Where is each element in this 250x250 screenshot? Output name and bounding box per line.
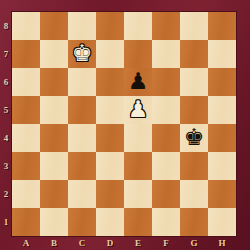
square-e2[interactable] bbox=[124, 180, 152, 208]
square-a3[interactable] bbox=[12, 152, 40, 180]
square-a1[interactable] bbox=[12, 208, 40, 236]
square-b2[interactable] bbox=[40, 180, 68, 208]
rank-label-6: 6 bbox=[0, 68, 12, 96]
rank-label-5: 5 bbox=[0, 96, 12, 124]
square-c6[interactable] bbox=[68, 68, 96, 96]
square-d4[interactable] bbox=[96, 124, 124, 152]
file-label-h: H bbox=[208, 236, 236, 250]
square-c3[interactable] bbox=[68, 152, 96, 180]
square-e5[interactable]: ♟ bbox=[124, 96, 152, 124]
black-king: ♚ bbox=[184, 126, 205, 149]
square-d5[interactable] bbox=[96, 96, 124, 124]
square-h4[interactable] bbox=[208, 124, 236, 152]
square-e1[interactable] bbox=[124, 208, 152, 236]
square-e3[interactable] bbox=[124, 152, 152, 180]
square-a2[interactable] bbox=[12, 180, 40, 208]
square-c2[interactable] bbox=[68, 180, 96, 208]
file-label-a: A bbox=[12, 236, 40, 250]
square-b3[interactable] bbox=[40, 152, 68, 180]
square-b6[interactable] bbox=[40, 68, 68, 96]
rank-label-3: 3 bbox=[0, 152, 12, 180]
file-label-d: D bbox=[96, 236, 124, 250]
square-f7[interactable] bbox=[152, 40, 180, 68]
square-f4[interactable] bbox=[152, 124, 180, 152]
square-c1[interactable] bbox=[68, 208, 96, 236]
square-h2[interactable] bbox=[208, 180, 236, 208]
square-e4[interactable] bbox=[124, 124, 152, 152]
file-label-e: E bbox=[124, 236, 152, 250]
square-g6[interactable] bbox=[180, 68, 208, 96]
rank-label-1: 1 bbox=[0, 208, 12, 236]
square-g2[interactable] bbox=[180, 180, 208, 208]
square-g4[interactable]: ♚ bbox=[180, 124, 208, 152]
square-d2[interactable] bbox=[96, 180, 124, 208]
square-a4[interactable] bbox=[12, 124, 40, 152]
square-d7[interactable] bbox=[96, 40, 124, 68]
square-g3[interactable] bbox=[180, 152, 208, 180]
square-h8[interactable] bbox=[208, 12, 236, 40]
rank-label-8: 8 bbox=[0, 12, 12, 40]
square-h1[interactable] bbox=[208, 208, 236, 236]
square-d1[interactable] bbox=[96, 208, 124, 236]
square-e7[interactable] bbox=[124, 40, 152, 68]
square-g8[interactable] bbox=[180, 12, 208, 40]
square-c8[interactable] bbox=[68, 12, 96, 40]
square-h5[interactable] bbox=[208, 96, 236, 124]
square-b4[interactable] bbox=[40, 124, 68, 152]
square-e6[interactable]: ♟ bbox=[124, 68, 152, 96]
file-label-g: G bbox=[180, 236, 208, 250]
file-label-c: C bbox=[68, 236, 96, 250]
square-d6[interactable] bbox=[96, 68, 124, 96]
black-pawn: ♟ bbox=[128, 70, 149, 93]
square-a7[interactable] bbox=[12, 40, 40, 68]
square-a5[interactable] bbox=[12, 96, 40, 124]
square-f2[interactable] bbox=[152, 180, 180, 208]
rank-label-7: 7 bbox=[0, 40, 12, 68]
square-b8[interactable] bbox=[40, 12, 68, 40]
square-h3[interactable] bbox=[208, 152, 236, 180]
white-king: ♚ bbox=[72, 42, 93, 65]
square-d3[interactable] bbox=[96, 152, 124, 180]
file-label-b: B bbox=[40, 236, 68, 250]
square-c5[interactable] bbox=[68, 96, 96, 124]
square-h7[interactable] bbox=[208, 40, 236, 68]
rank-label-2: 2 bbox=[0, 180, 12, 208]
square-g7[interactable] bbox=[180, 40, 208, 68]
rank-labels: 87654321 bbox=[0, 12, 12, 236]
square-c7[interactable]: ♚ bbox=[68, 40, 96, 68]
square-f6[interactable] bbox=[152, 68, 180, 96]
file-labels: ABCDEFGH bbox=[12, 236, 236, 250]
square-b5[interactable] bbox=[40, 96, 68, 124]
square-a8[interactable] bbox=[12, 12, 40, 40]
rank-label-4: 4 bbox=[0, 124, 12, 152]
square-b7[interactable] bbox=[40, 40, 68, 68]
square-g1[interactable] bbox=[180, 208, 208, 236]
square-g5[interactable] bbox=[180, 96, 208, 124]
file-label-f: F bbox=[152, 236, 180, 250]
square-d8[interactable] bbox=[96, 12, 124, 40]
white-pawn: ♟ bbox=[128, 98, 149, 121]
chess-diagram: 87654321 ♚♟♟♚ ABCDEFGH bbox=[0, 0, 250, 250]
square-b1[interactable] bbox=[40, 208, 68, 236]
square-f8[interactable] bbox=[152, 12, 180, 40]
square-f3[interactable] bbox=[152, 152, 180, 180]
square-h6[interactable] bbox=[208, 68, 236, 96]
square-f1[interactable] bbox=[152, 208, 180, 236]
square-e8[interactable] bbox=[124, 12, 152, 40]
square-f5[interactable] bbox=[152, 96, 180, 124]
board-grid: ♚♟♟♚ bbox=[12, 12, 236, 236]
square-a6[interactable] bbox=[12, 68, 40, 96]
square-c4[interactable] bbox=[68, 124, 96, 152]
